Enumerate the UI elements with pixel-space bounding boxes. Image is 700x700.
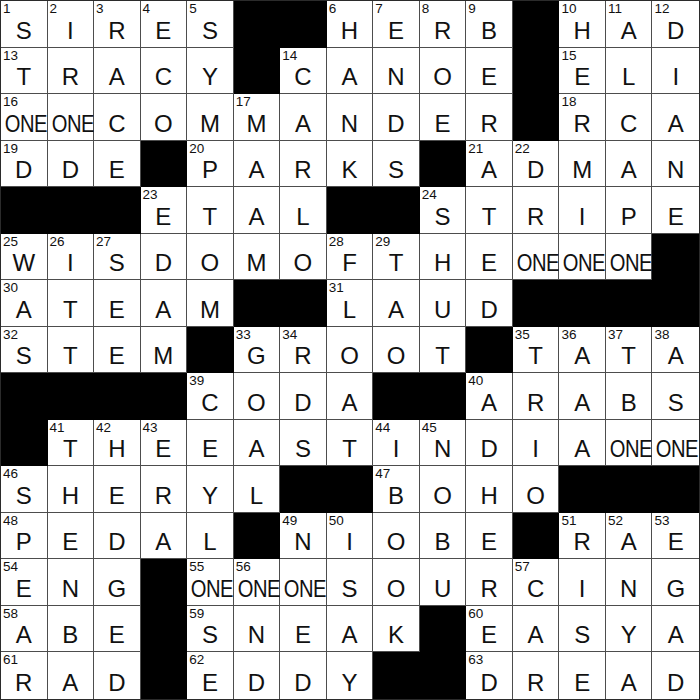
cell-r15c2[interactable]: A [48,652,95,699]
cell-r11c2[interactable]: H [48,466,95,513]
cell-r11c6[interactable]: L [234,466,281,513]
cell-r9c11[interactable]: 40A [466,373,513,420]
cell-r2c15[interactable]: I [652,48,699,95]
clue-number: 52 [608,514,623,528]
cell-r10c10[interactable]: 45N [420,420,467,467]
cell-r6c11[interactable]: E [466,234,513,281]
cell-r8c7[interactable]: 34R [280,327,327,374]
cell-r12c10[interactable]: B [420,513,467,560]
cell-r13c12[interactable]: 57C [513,559,560,606]
cell-r1c5[interactable]: 5S [187,1,234,48]
cell-r10c14[interactable]: ONE [606,420,653,467]
clue-number: 24 [422,188,437,202]
cell-r9c15[interactable]: S [652,373,699,420]
cell-letter: U [420,577,466,601]
rebus-entry: ONE [191,577,229,601]
cell-r15c5[interactable]: 62E [187,652,234,699]
cell-letter: M [234,251,280,275]
cell-r7c5[interactable]: M [187,280,234,327]
cell-r9c6[interactable]: O [234,373,281,420]
cell-r14c5[interactable]: 59S [187,606,234,653]
cell-r4c5[interactable]: 20P [187,141,234,188]
cell-r14c9[interactable]: K [373,606,420,653]
cell-r12c2[interactable]: E [48,513,95,560]
clue-number: 4 [143,2,151,16]
black-cell-r13c4 [141,559,188,606]
cell-r14c14[interactable]: Y [606,606,653,653]
cell-letter: A [234,158,280,182]
cell-letter: N [234,623,280,647]
cell-r3c8[interactable]: N [327,94,374,141]
clue-number: 34 [282,328,297,342]
cell-r15c13[interactable]: E [559,652,606,699]
cell-r5c5[interactable]: T [187,187,234,234]
cell-r13c10[interactable]: U [420,559,467,606]
cell-letter: D [466,671,512,695]
cell-r8c2[interactable]: T [48,327,95,374]
clue-number: 48 [3,514,18,528]
clue-number: 19 [3,142,18,156]
cell-letter: D [466,298,512,322]
cell-r2c1[interactable]: 13T [1,48,48,95]
cell-letter: O [373,577,419,601]
cell-letter: S [1,19,47,43]
cell-r11c12[interactable]: O [513,466,560,513]
cell-r4c8[interactable]: K [327,141,374,188]
cell-letter: R [513,391,559,415]
cell-r4c1[interactable]: 19D [1,141,48,188]
cell-letter: R [466,112,512,136]
cell-r6c1[interactable]: 25W [1,234,48,281]
cell-r10c5[interactable]: E [187,420,234,467]
cell-letter: F [327,251,373,275]
cell-letter: R [513,205,559,229]
cell-r12c3[interactable]: D [94,513,141,560]
cell-letter: E [94,623,140,647]
cell-r3c2[interactable]: ONE [48,94,95,141]
cell-r5c15[interactable]: E [652,187,699,234]
cell-r6c2[interactable]: 26I [48,234,95,281]
cell-r13c7[interactable]: ONE [280,559,327,606]
clue-number: 62 [189,653,204,667]
clue-number: 1 [3,2,11,16]
cell-r5c13[interactable]: I [559,187,606,234]
cell-r8c12[interactable]: 35T [513,327,560,374]
cell-r11c5[interactable]: Y [187,466,234,513]
cell-letter: A [559,437,605,461]
cell-letter: N [48,577,94,601]
cell-r5c6[interactable]: A [234,187,281,234]
cell-r12c1[interactable]: 48P [1,513,48,560]
clue-number: 18 [561,95,576,109]
black-cell-r3c12 [513,94,560,141]
cell-letter: T [327,437,373,461]
cell-r7c9[interactable]: A [373,280,420,327]
cell-letter: E [373,19,419,43]
cell-r12c8[interactable]: 50I [327,513,374,560]
cell-letter: R [1,671,47,695]
cell-r11c11[interactable]: H [466,466,513,513]
cell-letter: B [606,391,652,415]
cell-r12c7[interactable]: 49N [280,513,327,560]
black-cell-r5c8 [327,187,374,234]
cell-letter: N [280,530,326,554]
cell-letter: O [280,251,326,275]
cell-letter: R [94,19,140,43]
cell-r5c11[interactable]: T [466,187,513,234]
cell-r2c3[interactable]: A [94,48,141,95]
cell-r3c3[interactable]: C [94,94,141,141]
cell-letter: A [327,623,373,647]
cell-r1c15[interactable]: 12D [652,1,699,48]
clue-number: 46 [3,467,18,481]
cell-r8c8[interactable]: O [327,327,374,374]
cell-letter: O [373,530,419,554]
cell-r12c11[interactable]: E [466,513,513,560]
cell-r10c8[interactable]: T [327,420,374,467]
cell-letter: N [327,112,373,136]
cell-r5c4[interactable]: 23E [141,187,188,234]
cell-r3c14[interactable]: C [606,94,653,141]
cell-r6c9[interactable]: 29T [373,234,420,281]
black-cell-r5c1 [1,187,48,234]
clue-number: 38 [654,328,669,342]
cell-r2c8[interactable]: A [327,48,374,95]
clue-number: 26 [50,235,65,249]
cell-letter: A [234,205,280,229]
cell-r13c13[interactable]: I [559,559,606,606]
cell-r11c9[interactable]: 47B [373,466,420,513]
cell-r4c3[interactable]: E [94,141,141,188]
cell-letter: A [141,298,187,322]
cell-r7c3[interactable]: E [94,280,141,327]
cell-r5c10[interactable]: 24S [420,187,467,234]
cell-r5c7[interactable]: L [280,187,327,234]
cell-r13c5[interactable]: 55ONE [187,559,234,606]
cell-r9c7[interactable]: D [280,373,327,420]
cell-r1c1[interactable]: 1S [1,1,48,48]
cell-r4c12[interactable]: 22D [513,141,560,188]
cell-r8c1[interactable]: 32S [1,327,48,374]
black-cell-r10c1 [1,420,48,467]
cell-r6c13[interactable]: ONE [559,234,606,281]
cell-letter: R [48,65,94,89]
cell-r4c6[interactable]: A [234,141,281,188]
cell-letter: H [48,484,94,508]
cell-letter: E [187,671,233,695]
cell-letter: E [559,65,605,89]
cell-letter: P [187,158,233,182]
cell-letter: A [559,344,605,368]
cell-r6c14[interactable]: ONE [606,234,653,281]
cell-r2c10[interactable]: O [420,48,467,95]
cell-r15c6[interactable]: D [234,652,281,699]
cell-letter: R [559,112,605,136]
cell-r10c12[interactable]: I [513,420,560,467]
cell-r15c1[interactable]: 61R [1,652,48,699]
cell-r11c10[interactable]: O [420,466,467,513]
clue-number: 10 [561,2,576,16]
cell-r14c12[interactable]: A [513,606,560,653]
cell-r7c11[interactable]: D [466,280,513,327]
cell-r1c13[interactable]: 10H [559,1,606,48]
clue-number: 16 [3,95,18,109]
cell-r6c7[interactable]: O [280,234,327,281]
cell-letter: A [606,158,652,182]
cell-r14c13[interactable]: S [559,606,606,653]
cell-r1c14[interactable]: 11A [606,1,653,48]
cell-r3c13[interactable]: 18R [559,94,606,141]
cell-letter: A [327,391,373,415]
black-cell-r7c12 [513,280,560,327]
cell-r6c3[interactable]: 27S [94,234,141,281]
cell-r13c15[interactable]: G [652,559,699,606]
cell-r4c2[interactable]: D [48,141,95,188]
cell-r10c15[interactable]: ONE [652,420,699,467]
cell-letter: E [652,530,699,554]
cell-r13c3[interactable]: G [94,559,141,606]
clue-number: 12 [654,2,669,16]
cell-r7c2[interactable]: T [48,280,95,327]
cell-r3c6[interactable]: 17M [234,94,281,141]
clue-number: 21 [468,142,483,156]
cell-r14c11[interactable]: 60E [466,606,513,653]
clue-number: 59 [189,607,204,621]
cell-letter: A [652,623,699,647]
cell-r3c1[interactable]: 16ONE [1,94,48,141]
clue-number: 9 [468,2,476,16]
cell-r13c6[interactable]: 56ONE [234,559,281,606]
cell-r14c7[interactable]: E [280,606,327,653]
cell-letter: T [606,344,652,368]
cell-letter: E [94,484,140,508]
cell-letter: M [141,344,187,368]
black-cell-r14c4 [141,606,188,653]
cell-r3c7[interactable]: A [280,94,327,141]
cell-r1c8[interactable]: 6H [327,1,374,48]
cell-r9c12[interactable]: R [513,373,560,420]
cell-r1c4[interactable]: 4E [141,1,188,48]
cell-letter: N [606,577,652,601]
cell-r7c8[interactable]: 31L [327,280,374,327]
cell-r2c11[interactable]: E [466,48,513,95]
black-cell-r2c6 [234,48,281,95]
cell-r15c12[interactable]: R [513,652,560,699]
black-cell-r7c6 [234,280,281,327]
cell-r8c6[interactable]: 33G [234,327,281,374]
cell-r13c8[interactable]: S [327,559,374,606]
cell-r8c13[interactable]: 36A [559,327,606,374]
cell-letter: I [327,530,373,554]
cell-r1c11[interactable]: 9B [466,1,513,48]
cell-r8c15[interactable]: 38A [652,327,699,374]
cell-r11c4[interactable]: R [141,466,188,513]
cell-r2c5[interactable]: Y [187,48,234,95]
cell-r12c5[interactable]: L [187,513,234,560]
cell-r2c14[interactable]: L [606,48,653,95]
cell-letter: U [420,298,466,322]
cell-r9c8[interactable]: A [327,373,374,420]
clue-number: 53 [654,514,669,528]
cell-r11c1[interactable]: 46S [1,466,48,513]
clue-number: 50 [329,514,344,528]
cell-r8c4[interactable]: M [141,327,188,374]
cell-r8c3[interactable]: E [94,327,141,374]
cell-r4c15[interactable]: N [652,141,699,188]
cell-r7c1[interactable]: 30A [1,280,48,327]
cell-r9c5[interactable]: 39C [187,373,234,420]
black-cell-r1c12 [513,1,560,48]
cell-letter: E [466,530,512,554]
cell-r10c11[interactable]: D [466,420,513,467]
cell-r10c6[interactable]: A [234,420,281,467]
cell-r15c7[interactable]: D [280,652,327,699]
cell-r12c14[interactable]: 52A [606,513,653,560]
cell-r12c15[interactable]: 53E [652,513,699,560]
cell-letter: A [652,112,699,136]
cell-letter: S [94,251,140,275]
cell-r13c2[interactable]: N [48,559,95,606]
cell-r5c14[interactable]: P [606,187,653,234]
cell-r3c4[interactable]: O [141,94,188,141]
clue-number: 40 [468,374,483,388]
cell-letter: A [606,19,652,43]
cell-r12c9[interactable]: O [373,513,420,560]
cell-r10c2[interactable]: 41T [48,420,95,467]
cell-r3c15[interactable]: A [652,94,699,141]
cell-r6c4[interactable]: D [141,234,188,281]
clue-number: 30 [3,281,18,295]
cell-letter: I [652,65,699,89]
cell-letter: S [652,391,699,415]
cell-r4c13[interactable]: M [559,141,606,188]
cell-r14c1[interactable]: 58A [1,606,48,653]
cell-r8c10[interactable]: T [420,327,467,374]
cell-r11c3[interactable]: E [94,466,141,513]
cell-r5c12[interactable]: R [513,187,560,234]
cell-r6c10[interactable]: H [420,234,467,281]
cell-letter: D [652,19,699,43]
cell-letter: R [141,484,187,508]
cell-letter: A [234,437,280,461]
cell-r10c3[interactable]: 42H [94,420,141,467]
cell-r6c5[interactable]: O [187,234,234,281]
cell-r10c4[interactable]: 43E [141,420,188,467]
cell-letter: T [466,205,512,229]
cell-letter: B [48,623,94,647]
black-cell-r9c9 [373,373,420,420]
cell-r7c4[interactable]: A [141,280,188,327]
clue-number: 42 [96,421,111,435]
cell-r12c13[interactable]: 51R [559,513,606,560]
black-cell-r4c4 [141,141,188,188]
cell-r3c10[interactable]: E [420,94,467,141]
black-cell-r9c3 [94,373,141,420]
cell-r13c1[interactable]: 54E [1,559,48,606]
clue-number: 14 [282,49,297,63]
rebus-entry: ONE [610,251,648,275]
clue-number: 3 [96,2,104,16]
black-cell-r11c8 [327,466,374,513]
cell-r15c15[interactable]: D [652,652,699,699]
cell-letter: A [606,671,652,695]
cell-r9c13[interactable]: A [559,373,606,420]
cell-r15c14[interactable]: A [606,652,653,699]
cell-r10c9[interactable]: 44I [373,420,420,467]
cell-r10c13[interactable]: A [559,420,606,467]
cell-letter: O [513,484,559,508]
cell-letter: H [420,251,466,275]
clue-number: 5 [189,2,197,16]
cell-r4c7[interactable]: R [280,141,327,188]
cell-letter: L [606,65,652,89]
cell-r1c3[interactable]: 3R [94,1,141,48]
clue-number: 47 [375,467,390,481]
cell-r14c6[interactable]: N [234,606,281,653]
clue-number: 20 [189,142,204,156]
cell-letter: G [234,344,280,368]
cell-r4c14[interactable]: A [606,141,653,188]
cell-r14c15[interactable]: A [652,606,699,653]
cell-r2c9[interactable]: N [373,48,420,95]
cell-r4c11[interactable]: 21A [466,141,513,188]
cell-letter: T [373,251,419,275]
clue-number: 39 [189,374,204,388]
clue-number: 15 [561,49,576,63]
cell-letter: N [373,65,419,89]
black-cell-r11c7 [280,466,327,513]
cell-r8c14[interactable]: 37T [606,327,653,374]
cell-letter: P [1,530,47,554]
cell-r15c11[interactable]: 63D [466,652,513,699]
cell-r12c4[interactable]: A [141,513,188,560]
cell-r14c3[interactable]: E [94,606,141,653]
black-cell-r9c1 [1,373,48,420]
cell-r1c9[interactable]: 7E [373,1,420,48]
cell-r3c9[interactable]: D [373,94,420,141]
cell-r13c11[interactable]: R [466,559,513,606]
cell-letter: S [559,623,605,647]
cell-letter: E [141,437,187,461]
cell-letter: Y [187,484,233,508]
cell-r14c2[interactable]: B [48,606,95,653]
cell-r15c8[interactable]: Y [327,652,374,699]
cell-r15c3[interactable]: D [94,652,141,699]
cell-r9c14[interactable]: B [606,373,653,420]
cell-r3c5[interactable]: M [187,94,234,141]
cell-r1c2[interactable]: 2I [48,1,95,48]
cell-letter: T [187,205,233,229]
black-cell-r11c15 [652,466,699,513]
cell-r8c9[interactable]: O [373,327,420,374]
cell-r13c9[interactable]: O [373,559,420,606]
cell-r6c8[interactable]: 28F [327,234,374,281]
cell-r6c12[interactable]: ONE [513,234,560,281]
cell-r2c7[interactable]: 14C [280,48,327,95]
cell-r10c7[interactable]: S [280,420,327,467]
cell-r2c13[interactable]: 15E [559,48,606,95]
cell-r3c11[interactable]: R [466,94,513,141]
cell-r7c10[interactable]: U [420,280,467,327]
cell-letter: E [94,298,140,322]
cell-r2c4[interactable]: C [141,48,188,95]
cell-r13c14[interactable]: N [606,559,653,606]
cell-r4c9[interactable]: S [373,141,420,188]
cell-r2c2[interactable]: R [48,48,95,95]
cell-r14c8[interactable]: A [327,606,374,653]
cell-r6c6[interactable]: M [234,234,281,281]
cell-r1c10[interactable]: 8R [420,1,467,48]
